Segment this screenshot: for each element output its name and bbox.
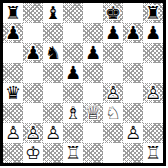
square-g7[interactable]: ♟: [123, 23, 143, 43]
square-f8[interactable]: ♚: [103, 3, 123, 23]
black-queen-a4[interactable]: ♛: [5, 83, 21, 103]
square-c8[interactable]: ♝: [43, 3, 63, 23]
square-f1[interactable]: [103, 143, 123, 163]
square-f2[interactable]: [103, 123, 123, 143]
square-b4[interactable]: [23, 83, 43, 103]
square-c3[interactable]: [43, 103, 63, 123]
black-pawn-d5[interactable]: ♟: [65, 63, 81, 83]
black-knight-c6[interactable]: ♞: [45, 43, 61, 63]
square-d3[interactable]: ♗: [63, 103, 83, 123]
square-c7[interactable]: [43, 23, 63, 43]
square-h3[interactable]: [143, 103, 163, 123]
square-a4[interactable]: ♛: [3, 83, 23, 103]
square-b6[interactable]: ♟: [23, 43, 43, 63]
black-pawn-a7[interactable]: ♟: [5, 23, 21, 43]
white-pawn-f4[interactable]: ♙: [105, 83, 121, 103]
square-h4[interactable]: ♙: [143, 83, 163, 103]
white-pawn-b2[interactable]: ♙: [25, 123, 41, 143]
square-h8[interactable]: ♜: [143, 3, 163, 23]
square-e6[interactable]: ♟: [83, 43, 103, 63]
white-king-b1[interactable]: ♔: [25, 143, 41, 163]
square-b1[interactable]: ♔: [23, 143, 43, 163]
square-a2[interactable]: ♙: [3, 123, 23, 143]
square-c4[interactable]: [43, 83, 63, 103]
white-rook-h1[interactable]: ♖: [145, 143, 161, 163]
square-b2[interactable]: ♙: [23, 123, 43, 143]
square-a3[interactable]: [3, 103, 23, 123]
square-b5[interactable]: [23, 63, 43, 83]
square-f4[interactable]: ♙: [103, 83, 123, 103]
square-e4[interactable]: [83, 83, 103, 103]
square-d7[interactable]: [63, 23, 83, 43]
square-a1[interactable]: [3, 143, 23, 163]
square-d6[interactable]: [63, 43, 83, 63]
square-g8[interactable]: [123, 3, 143, 23]
square-c2[interactable]: ♙: [43, 123, 63, 143]
square-h7[interactable]: ♟: [143, 23, 163, 43]
black-rook-h8[interactable]: ♜: [145, 3, 161, 23]
black-rook-a8[interactable]: ♜: [5, 3, 21, 23]
square-g1[interactable]: [123, 143, 143, 163]
black-pawn-f7[interactable]: ♟: [105, 23, 121, 43]
square-g6[interactable]: [123, 43, 143, 63]
black-pawn-g7[interactable]: ♟: [125, 23, 141, 43]
square-a6[interactable]: [3, 43, 23, 63]
square-g2[interactable]: ♙: [123, 123, 143, 143]
square-g5[interactable]: [123, 63, 143, 83]
white-pawn-h4[interactable]: ♙: [145, 83, 161, 103]
square-f6[interactable]: [103, 43, 123, 63]
square-d1[interactable]: ♖: [63, 143, 83, 163]
white-rook-d1[interactable]: ♖: [65, 143, 81, 163]
square-c1[interactable]: [43, 143, 63, 163]
square-b8[interactable]: [23, 3, 43, 23]
square-a5[interactable]: [3, 63, 23, 83]
white-pawn-c2[interactable]: ♙: [45, 123, 61, 143]
square-a8[interactable]: ♜: [3, 3, 23, 23]
square-e2[interactable]: [83, 123, 103, 143]
square-d4[interactable]: [63, 83, 83, 103]
square-c6[interactable]: ♞: [43, 43, 63, 63]
square-g4[interactable]: [123, 83, 143, 103]
square-b7[interactable]: [23, 23, 43, 43]
white-queen-e3[interactable]: ♕: [85, 103, 101, 123]
square-e7[interactable]: [83, 23, 103, 43]
chess-board: ♜♝♚♜♟♟♟♟♟♞♟♟♛♙♙♗♕♘♙♙♙♙♔♖♖: [3, 3, 163, 163]
square-g3[interactable]: [123, 103, 143, 123]
square-e1[interactable]: [83, 143, 103, 163]
square-h5[interactable]: [143, 63, 163, 83]
square-f5[interactable]: [103, 63, 123, 83]
white-bishop-d3[interactable]: ♗: [65, 103, 81, 123]
square-b3[interactable]: [23, 103, 43, 123]
white-knight-f3[interactable]: ♘: [105, 103, 121, 123]
square-e3[interactable]: ♕: [83, 103, 103, 123]
square-c5[interactable]: [43, 63, 63, 83]
square-e5[interactable]: [83, 63, 103, 83]
black-bishop-c8[interactable]: ♝: [45, 3, 61, 23]
square-d2[interactable]: [63, 123, 83, 143]
black-pawn-b6[interactable]: ♟: [25, 43, 41, 63]
square-a7[interactable]: ♟: [3, 23, 23, 43]
square-f7[interactable]: ♟: [103, 23, 123, 43]
black-pawn-e6[interactable]: ♟: [85, 43, 101, 63]
square-d5[interactable]: ♟: [63, 63, 83, 83]
black-pawn-h7[interactable]: ♟: [145, 23, 161, 43]
square-h1[interactable]: ♖: [143, 143, 163, 163]
black-king-f8[interactable]: ♚: [105, 3, 121, 23]
square-e8[interactable]: [83, 3, 103, 23]
white-pawn-a2[interactable]: ♙: [5, 123, 21, 143]
white-pawn-g2[interactable]: ♙: [125, 123, 141, 143]
board-frame: ♜♝♚♜♟♟♟♟♟♞♟♟♛♙♙♗♕♘♙♙♙♙♔♖♖: [0, 0, 166, 166]
square-d8[interactable]: [63, 3, 83, 23]
square-f3[interactable]: ♘: [103, 103, 123, 123]
square-h6[interactable]: [143, 43, 163, 63]
square-h2[interactable]: [143, 123, 163, 143]
